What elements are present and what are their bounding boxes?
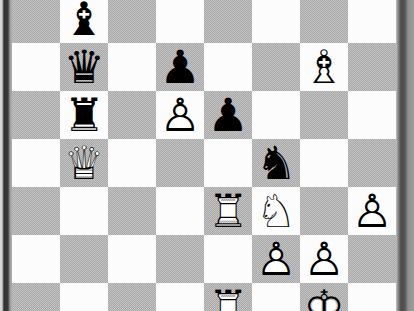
black-knight-f4[interactable]: ♞ xyxy=(252,139,300,187)
square-d1[interactable] xyxy=(156,283,204,311)
square-g4[interactable] xyxy=(300,139,348,187)
square-g1[interactable]: ♚♔ xyxy=(300,283,348,311)
square-f2[interactable]: ♟♙ xyxy=(252,235,300,283)
square-c5[interactable] xyxy=(108,91,156,139)
square-h5[interactable] xyxy=(348,91,396,139)
piece-glyph: ♟ xyxy=(204,91,252,139)
square-h3[interactable]: ♟♙ xyxy=(348,187,396,235)
piece-glyph: ♜ xyxy=(60,91,108,139)
white-pawn-g2[interactable]: ♟♙ xyxy=(300,235,348,283)
piece-glyph: ♙ xyxy=(300,235,348,283)
square-a1[interactable] xyxy=(12,283,60,311)
square-b3[interactable] xyxy=(60,187,108,235)
square-h4[interactable] xyxy=(348,139,396,187)
square-b6[interactable]: ♛ xyxy=(60,43,108,91)
piece-glyph: ♘ xyxy=(252,187,300,235)
piece-glyph: ♙ xyxy=(252,235,300,283)
square-d3[interactable] xyxy=(156,187,204,235)
board-left-border xyxy=(0,0,12,311)
white-queen-b4[interactable]: ♛♕ xyxy=(60,139,108,187)
black-bishop-b7[interactable]: ♝ xyxy=(60,0,108,43)
white-bishop-g6[interactable]: ♝♗ xyxy=(300,43,348,91)
piece-glyph: ♔ xyxy=(300,283,348,311)
square-e2[interactable] xyxy=(204,235,252,283)
square-a4[interactable] xyxy=(12,139,60,187)
square-f5[interactable] xyxy=(252,91,300,139)
square-d2[interactable] xyxy=(156,235,204,283)
square-g2[interactable]: ♟♙ xyxy=(300,235,348,283)
square-c7[interactable] xyxy=(108,0,156,43)
square-b5[interactable]: ♜ xyxy=(60,91,108,139)
square-h6[interactable] xyxy=(348,43,396,91)
square-g6[interactable]: ♝♗ xyxy=(300,43,348,91)
square-a2[interactable] xyxy=(12,235,60,283)
piece-glyph: ♗ xyxy=(300,43,348,91)
board-right-border xyxy=(396,0,414,311)
square-b4[interactable]: ♛♕ xyxy=(60,139,108,187)
piece-glyph: ♞ xyxy=(252,139,300,187)
white-knight-f3[interactable]: ♞♘ xyxy=(252,187,300,235)
square-a5[interactable] xyxy=(12,91,60,139)
square-d6[interactable]: ♟ xyxy=(156,43,204,91)
square-d5[interactable]: ♟♙ xyxy=(156,91,204,139)
square-f1[interactable] xyxy=(252,283,300,311)
chess-board: ♝♛♟♝♗♜♟♙♟♛♕♞♜♖♞♘♟♙♟♙♟♙♜♖♚♔ xyxy=(12,0,396,311)
piece-glyph: ♟ xyxy=(156,43,204,91)
square-d4[interactable] xyxy=(156,139,204,187)
square-c2[interactable] xyxy=(108,235,156,283)
square-c3[interactable] xyxy=(108,187,156,235)
square-f4[interactable]: ♞ xyxy=(252,139,300,187)
black-pawn-e5[interactable]: ♟ xyxy=(204,91,252,139)
white-rook-e1[interactable]: ♜♖ xyxy=(204,283,252,311)
white-king-g1[interactable]: ♚♔ xyxy=(300,283,348,311)
white-rook-e3[interactable]: ♜♖ xyxy=(204,187,252,235)
black-rook-b5[interactable]: ♜ xyxy=(60,91,108,139)
square-f3[interactable]: ♞♘ xyxy=(252,187,300,235)
square-b1[interactable] xyxy=(60,283,108,311)
square-f6[interactable] xyxy=(252,43,300,91)
square-h7[interactable] xyxy=(348,0,396,43)
piece-glyph: ♕ xyxy=(60,139,108,187)
square-e4[interactable] xyxy=(204,139,252,187)
square-e3[interactable]: ♜♖ xyxy=(204,187,252,235)
square-e7[interactable] xyxy=(204,0,252,43)
black-pawn-d6[interactable]: ♟ xyxy=(156,43,204,91)
piece-glyph: ♖ xyxy=(204,283,252,311)
square-e6[interactable] xyxy=(204,43,252,91)
piece-glyph: ♛ xyxy=(60,43,108,91)
white-pawn-f2[interactable]: ♟♙ xyxy=(252,235,300,283)
square-c6[interactable] xyxy=(108,43,156,91)
square-b7[interactable]: ♝ xyxy=(60,0,108,43)
square-a7[interactable] xyxy=(12,0,60,43)
square-e1[interactable]: ♜♖ xyxy=(204,283,252,311)
square-a6[interactable] xyxy=(12,43,60,91)
square-g3[interactable] xyxy=(300,187,348,235)
piece-glyph: ♙ xyxy=(348,187,396,235)
square-b2[interactable] xyxy=(60,235,108,283)
square-g5[interactable] xyxy=(300,91,348,139)
square-c4[interactable] xyxy=(108,139,156,187)
square-c1[interactable] xyxy=(108,283,156,311)
chess-diagram-screenshot: ♝♛♟♝♗♜♟♙♟♛♕♞♜♖♞♘♟♙♟♙♟♙♜♖♚♔ xyxy=(0,0,414,311)
white-pawn-d5[interactable]: ♟♙ xyxy=(156,91,204,139)
square-g7[interactable] xyxy=(300,0,348,43)
square-e5[interactable]: ♟ xyxy=(204,91,252,139)
square-f7[interactable] xyxy=(252,0,300,43)
piece-glyph: ♙ xyxy=(156,91,204,139)
piece-glyph: ♖ xyxy=(204,187,252,235)
square-h1[interactable] xyxy=(348,283,396,311)
square-d7[interactable] xyxy=(156,0,204,43)
square-a3[interactable] xyxy=(12,187,60,235)
piece-glyph: ♝ xyxy=(60,0,108,43)
black-queen-b6[interactable]: ♛ xyxy=(60,43,108,91)
square-h2[interactable] xyxy=(348,235,396,283)
white-pawn-h3[interactable]: ♟♙ xyxy=(348,187,396,235)
